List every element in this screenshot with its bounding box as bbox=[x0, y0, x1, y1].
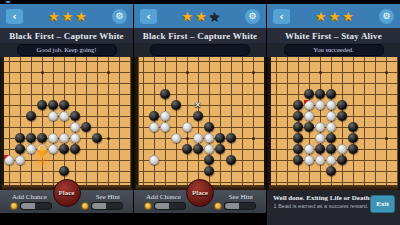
coin-icon bbox=[81, 202, 89, 210]
black-stone bbox=[26, 133, 36, 143]
black-stone bbox=[293, 100, 303, 110]
puzzle-title-bar: Black First – Capture White bbox=[134, 28, 266, 43]
black-stone bbox=[348, 144, 358, 154]
board-area bbox=[0, 57, 133, 190]
black-stone bbox=[48, 100, 58, 110]
black-stone bbox=[160, 89, 170, 99]
white-stone bbox=[304, 155, 314, 165]
black-stone bbox=[204, 166, 214, 176]
stars-rating: ★★★ bbox=[48, 10, 87, 23]
see-hint-meter[interactable] bbox=[214, 202, 256, 210]
go-board[interactable] bbox=[2, 57, 131, 185]
stars-rating: ★★★ bbox=[315, 10, 354, 23]
back-button[interactable]: ‹ bbox=[6, 9, 23, 24]
black-stone bbox=[304, 89, 314, 99]
white-stone bbox=[149, 155, 159, 165]
black-stone bbox=[348, 122, 358, 132]
black-stone bbox=[326, 144, 336, 154]
feedback-badge: Good job. Keep going! bbox=[17, 44, 117, 56]
puzzle-panel-1: ‹ ★★★ ⚙ Black First – Capture White Good… bbox=[0, 0, 133, 225]
black-stone bbox=[70, 144, 80, 154]
star-filled-icon: ★ bbox=[48, 10, 60, 23]
hint-arrow-icon bbox=[37, 150, 47, 159]
white-stone bbox=[193, 133, 203, 143]
white-stone bbox=[48, 144, 58, 154]
board-area: ✕ bbox=[134, 57, 266, 190]
puzzle-title-bar: White First – Stay Alive bbox=[267, 28, 400, 43]
coin-icon bbox=[144, 202, 152, 210]
go-board[interactable]: ✕ bbox=[136, 57, 264, 185]
white-stone bbox=[315, 100, 325, 110]
star-point bbox=[385, 137, 388, 140]
last-move-triangle-icon bbox=[304, 100, 309, 105]
feedback-badge bbox=[150, 44, 250, 56]
place-button[interactable]: Place bbox=[186, 179, 214, 207]
controls-footer: Add Chance Place See Hint bbox=[0, 190, 133, 225]
black-stone bbox=[15, 133, 25, 143]
black-stone bbox=[70, 111, 80, 121]
black-stone bbox=[226, 155, 236, 165]
white-stone bbox=[326, 111, 336, 121]
back-button[interactable]: ‹ bbox=[140, 9, 157, 24]
white-stone bbox=[315, 133, 325, 143]
add-chance-label: Add Chance bbox=[12, 193, 47, 201]
back-button[interactable]: ‹ bbox=[273, 9, 290, 24]
black-stone bbox=[171, 100, 181, 110]
white-stone bbox=[59, 133, 69, 143]
white-stone bbox=[326, 100, 336, 110]
black-stone bbox=[15, 144, 25, 154]
star-point bbox=[41, 71, 44, 74]
settings-button[interactable]: ⚙ bbox=[112, 9, 127, 24]
add-chance-label: Add Chance bbox=[146, 193, 181, 201]
result-message: Well done. Exiting Life or Death. 1 Bead… bbox=[273, 194, 369, 210]
see-hint-label: See Hint bbox=[96, 193, 120, 201]
status-bar bbox=[267, 0, 400, 4]
white-stone bbox=[315, 155, 325, 165]
white-stone bbox=[160, 122, 170, 132]
black-stone bbox=[326, 89, 336, 99]
star-point bbox=[107, 137, 110, 140]
black-stone bbox=[348, 133, 358, 143]
board-area bbox=[267, 57, 400, 190]
star-point bbox=[186, 137, 189, 140]
coin-icon bbox=[10, 202, 18, 210]
black-stone bbox=[59, 100, 69, 110]
meter-bar bbox=[20, 202, 52, 210]
black-stone bbox=[37, 133, 47, 143]
see-hint-meter[interactable] bbox=[81, 202, 123, 210]
puzzle-panel-3: ‹ ★★★ ⚙ White First – Stay Alive You suc… bbox=[267, 0, 400, 225]
black-stone bbox=[293, 155, 303, 165]
exit-button[interactable]: Exit bbox=[370, 195, 395, 213]
feedback-badge: You succeeded. bbox=[284, 44, 384, 56]
black-stone bbox=[37, 100, 47, 110]
controls-bar: Add Chance Place See Hint bbox=[0, 190, 133, 213]
gear-icon: ⚙ bbox=[382, 12, 390, 21]
coin-icon bbox=[214, 202, 222, 210]
status-bar bbox=[0, 0, 133, 4]
star-point bbox=[385, 71, 388, 74]
white-stone bbox=[315, 122, 325, 132]
white-stone bbox=[326, 155, 336, 165]
black-stone bbox=[182, 144, 192, 154]
black-stone bbox=[215, 133, 225, 143]
white-stone bbox=[204, 133, 214, 143]
place-button[interactable]: Place bbox=[53, 179, 81, 207]
star-point bbox=[186, 71, 189, 74]
black-stone bbox=[81, 122, 91, 132]
black-stone bbox=[293, 111, 303, 121]
status-icon bbox=[6, 1, 10, 3]
meter-bar bbox=[91, 202, 123, 210]
black-stone bbox=[59, 166, 69, 176]
black-stone bbox=[293, 133, 303, 143]
see-hint-label: See Hint bbox=[229, 193, 253, 201]
puzzle-title: Black First – Capture White bbox=[143, 31, 258, 41]
status-bar bbox=[134, 0, 266, 4]
result-footer: Well done. Exiting Life or Death. 1 Bead… bbox=[267, 190, 400, 225]
black-stone bbox=[337, 100, 347, 110]
star-point bbox=[252, 137, 255, 140]
gear-icon: ⚙ bbox=[248, 12, 256, 21]
gear-icon: ⚙ bbox=[115, 12, 123, 21]
black-stone bbox=[193, 144, 203, 154]
cursor-x-icon: ✕ bbox=[194, 101, 202, 110]
add-chance-meter[interactable] bbox=[10, 202, 52, 210]
star-filled-icon: ★ bbox=[195, 10, 207, 23]
white-stone bbox=[59, 111, 69, 121]
feedback-row: Good job. Keep going! bbox=[0, 43, 133, 57]
star-empty-icon: ★ bbox=[209, 10, 221, 23]
last-move-triangle-icon bbox=[4, 155, 9, 160]
controls-bar: Add Chance Place See Hint bbox=[134, 190, 266, 213]
settings-button[interactable]: ⚙ bbox=[245, 9, 260, 24]
feedback-row: You succeeded. bbox=[267, 43, 400, 57]
star-filled-icon: ★ bbox=[329, 10, 341, 23]
go-board[interactable] bbox=[269, 57, 398, 185]
feedback-row bbox=[134, 43, 266, 57]
back-icon: ‹ bbox=[12, 11, 17, 22]
black-stone bbox=[304, 122, 314, 132]
white-stone bbox=[337, 144, 347, 154]
white-stone bbox=[149, 122, 159, 132]
white-stone bbox=[70, 133, 80, 143]
black-stone bbox=[293, 144, 303, 154]
back-icon: ‹ bbox=[279, 11, 284, 22]
white-stone bbox=[48, 111, 58, 121]
white-stone bbox=[304, 144, 314, 154]
nav-bar: ‹ ★★★ ⚙ bbox=[267, 4, 400, 28]
white-stone bbox=[70, 122, 80, 132]
star-point bbox=[319, 71, 322, 74]
controls-footer: Add Chance Place See Hint bbox=[134, 190, 266, 225]
star-point bbox=[252, 71, 255, 74]
black-stone bbox=[337, 155, 347, 165]
white-stone bbox=[26, 144, 36, 154]
star-filled-icon: ★ bbox=[342, 10, 354, 23]
black-stone bbox=[59, 144, 69, 154]
white-stone bbox=[204, 144, 214, 154]
black-stone bbox=[326, 166, 336, 176]
nav-bar: ‹ ★★★ ⚙ bbox=[0, 4, 133, 28]
star-point bbox=[107, 71, 110, 74]
black-stone bbox=[204, 155, 214, 165]
meter-bar bbox=[224, 202, 256, 210]
result-line2: 1 Bead is earned as a success reward. bbox=[273, 203, 369, 210]
white-stone bbox=[160, 111, 170, 121]
black-stone bbox=[315, 144, 325, 154]
black-stone bbox=[293, 122, 303, 132]
white-stone bbox=[15, 155, 25, 165]
black-stone bbox=[315, 89, 325, 99]
puzzle-title-bar: Black First – Capture White bbox=[0, 28, 133, 43]
star-filled-icon: ★ bbox=[315, 10, 327, 23]
puzzle-title: Black First – Capture White bbox=[9, 31, 124, 41]
black-stone bbox=[204, 122, 214, 132]
black-stone bbox=[226, 133, 236, 143]
meter-bar bbox=[154, 202, 186, 210]
black-stone bbox=[149, 111, 159, 121]
black-stone bbox=[337, 111, 347, 121]
stars-rating: ★★★ bbox=[182, 10, 221, 23]
puzzle-panel-2: ‹ ★★★ ⚙ Black First – Capture White ✕ Ad… bbox=[134, 0, 266, 225]
white-stone bbox=[182, 122, 192, 132]
star-filled-icon: ★ bbox=[182, 10, 194, 23]
white-stone bbox=[304, 111, 314, 121]
add-chance-meter[interactable] bbox=[144, 202, 186, 210]
nav-bar: ‹ ★★★ ⚙ bbox=[134, 4, 266, 28]
white-stone bbox=[48, 133, 58, 143]
white-stone bbox=[171, 133, 181, 143]
black-stone bbox=[215, 144, 225, 154]
black-stone bbox=[193, 111, 203, 121]
result-line1: Well done. Exiting Life or Death. bbox=[273, 194, 369, 203]
black-stone bbox=[92, 133, 102, 143]
black-stone bbox=[26, 111, 36, 121]
black-stone bbox=[326, 133, 336, 143]
white-stone bbox=[326, 122, 336, 132]
settings-button[interactable]: ⚙ bbox=[379, 9, 394, 24]
puzzle-title: White First – Stay Alive bbox=[285, 31, 382, 41]
star-filled-icon: ★ bbox=[75, 10, 87, 23]
screenshot-composite: ‹ ★★★ ⚙ Black First – Capture White Good… bbox=[0, 0, 400, 225]
star-filled-icon: ★ bbox=[62, 10, 74, 23]
back-icon: ‹ bbox=[146, 11, 151, 22]
